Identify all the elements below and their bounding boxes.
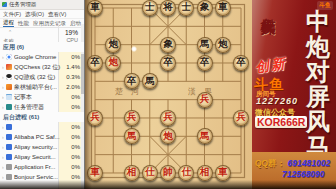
process-cpu-value: 0% — [71, 94, 80, 100]
video-title-vertical: 中炮对屏风马 — [302, 10, 334, 160]
blue-icon — [6, 154, 12, 160]
sort-indicator-icon: ⌃ — [8, 29, 12, 35]
task-manager-icon — [2, 2, 7, 7]
title-char: 屏 — [306, 85, 330, 110]
piece-red-兵[interactable]: 兵 — [124, 110, 140, 126]
piece-red-兵[interactable]: 兵 — [197, 92, 213, 108]
board-edge-shadow — [85, 0, 92, 189]
process-row[interactable]: ›象棋辅助平台(...2.0% — [0, 82, 84, 92]
process-row[interactable]: ›Bonjour Servic...0% — [0, 172, 84, 182]
blue-icon — [6, 144, 12, 150]
process-cpu-value: 0% — [71, 124, 80, 130]
process-cpu-value: 0% — [71, 54, 80, 60]
process-list: 应用 (6)›Google Chrome0%›QQChess (32 位)1.4… — [0, 42, 84, 189]
qqchess-icon — [6, 64, 12, 70]
piece-red-兵[interactable]: 兵 — [233, 110, 249, 126]
process-row[interactable]: ›Alipay security...0% — [0, 142, 84, 152]
blue-icon — [6, 124, 12, 130]
process-row[interactable]: ›0% — [0, 122, 84, 132]
orange-icon — [6, 84, 12, 90]
piece-black-将[interactable]: 将 — [160, 0, 176, 16]
process-row[interactable]: ›Alibaba PC Saf...0% — [0, 132, 84, 142]
piece-black-象[interactable]: 象 — [197, 0, 213, 16]
tab-bar: 进程性能应用历史记录启动用户 — [0, 19, 84, 27]
notepad-icon — [6, 94, 12, 100]
piece-black-象[interactable]: 象 — [160, 37, 176, 53]
chrome-icon — [6, 54, 12, 60]
menu-item-0[interactable]: 文件(F) — [3, 11, 21, 18]
taskmgr-icon — [6, 104, 12, 110]
piece-red-馬[interactable]: 馬 — [124, 128, 140, 144]
piece-red-車[interactable]: 車 — [215, 165, 231, 181]
tab-3[interactable]: 启动 — [70, 20, 81, 27]
piece-red-帥[interactable]: 帥 — [160, 165, 176, 181]
process-cpu-value: 0% — [71, 164, 80, 170]
gray-icon — [6, 164, 12, 170]
screen: 任务管理器 文件(F)选项(O)查看(V) 进程性能应用历史记录启动用户 ⌃ 1… — [0, 0, 336, 189]
piece-black-卒[interactable]: 卒 — [233, 55, 249, 71]
qq-group-strip: QQ群： 691481002 712568090 — [252, 152, 336, 189]
xiangqi-board[interactable]: 楚 河 漢 界 車士将士象車炮象馬炮卒炮卒卒卒卒馬兵兵兵兵兵馬炮馬車相仕帥仕相車 — [85, 0, 252, 189]
board-grid — [85, 0, 252, 189]
piece-black-卒[interactable]: 卒 — [197, 55, 213, 71]
process-row[interactable]: ›记事本0% — [0, 92, 84, 102]
menu-item-2[interactable]: 查看(V) — [48, 11, 66, 18]
title-char: 风 — [306, 110, 330, 135]
process-cpu-value: 0% — [71, 144, 80, 150]
gray-icon — [6, 174, 12, 180]
piece-black-卒[interactable]: 卒 — [124, 73, 140, 89]
piece-black-車[interactable]: 車 — [215, 0, 231, 16]
master-vertical-text: 象棋大师 — [258, 6, 277, 10]
process-cpu-value: 0.3% — [66, 74, 80, 80]
scrollbar-thumb[interactable] — [81, 54, 84, 94]
innovation-text: 创新 — [254, 55, 288, 77]
piece-black-馬[interactable]: 馬 — [142, 73, 158, 89]
section-header[interactable]: 应用 (6) — [0, 42, 84, 52]
task-manager-window: 任务管理器 文件(F)选项(O)查看(V) 进程性能应用历史记录启动用户 ⌃ 1… — [0, 0, 85, 189]
process-row[interactable]: ›Application Fr...0% — [0, 162, 84, 172]
tab-1[interactable]: 性能 — [18, 20, 29, 27]
piece-red-兵[interactable]: 兵 — [160, 110, 176, 126]
move-sparkle-effect — [131, 46, 137, 52]
piece-red-馬[interactable]: 馬 — [197, 128, 213, 144]
title-char: 对 — [306, 60, 330, 85]
process-row[interactable]: ›任务管理器0% — [0, 102, 84, 112]
piece-red-相[interactable]: 相 — [124, 165, 140, 181]
title-char: 炮 — [306, 35, 330, 60]
piece-red-仕[interactable]: 仕 — [142, 165, 158, 181]
process-cpu-value: 0% — [71, 174, 80, 180]
piece-black-士[interactable]: 士 — [142, 0, 158, 16]
room-number-value: 1227260 — [256, 96, 298, 106]
menu-bar: 文件(F)选项(O)查看(V) — [0, 10, 84, 19]
process-cpu-value: 1.4% — [66, 64, 80, 70]
blue-icon — [6, 134, 12, 140]
qq-group-number-2: 712568090 — [282, 169, 325, 179]
piece-black-炮[interactable]: 炮 — [215, 37, 231, 53]
piece-red-相[interactable]: 相 — [197, 165, 213, 181]
tab-0[interactable]: 进程 — [3, 19, 14, 27]
process-cpu-value: 2.0% — [66, 84, 80, 90]
qqgame-icon — [6, 74, 12, 80]
piece-black-馬[interactable]: 馬 — [197, 37, 213, 53]
piece-black-卒[interactable]: 卒 — [160, 55, 176, 71]
tab-2[interactable]: 应用历史记录 — [33, 20, 66, 27]
process-row[interactable]: ›Google Chrome0% — [0, 52, 84, 62]
promo-panel: 斗鱼 象棋大师 创新 斗鱼 房间号 1227260 微信公众号 KOR666R … — [252, 0, 336, 189]
title-char: 中 — [306, 10, 330, 35]
process-cpu-value: 0% — [71, 134, 80, 140]
process-row[interactable]: ›QQ游戏 (32 位)0.3% — [0, 72, 84, 82]
process-row[interactable]: ›Alipay Securit...0% — [0, 152, 84, 162]
window-title: 任务管理器 — [9, 1, 37, 8]
wechat-id-badge: KOR666R — [255, 116, 307, 128]
cpu-total-value: 19% — [65, 29, 78, 36]
qq-group-number-1: 691481002 — [288, 158, 331, 168]
qq-group-label: QQ群： — [255, 158, 285, 168]
process-row[interactable]: ›QQChess (32 位)1.4% — [0, 62, 84, 72]
process-cpu-value: 0% — [71, 154, 80, 160]
process-cpu-value: 0% — [71, 104, 80, 110]
section-header[interactable]: 后台进程 (61) — [0, 112, 84, 122]
piece-black-炮[interactable]: 炮 — [105, 37, 121, 53]
task-manager-titlebar[interactable]: 任务管理器 — [0, 0, 84, 10]
menu-item-1[interactable]: 选项(O) — [25, 11, 44, 18]
